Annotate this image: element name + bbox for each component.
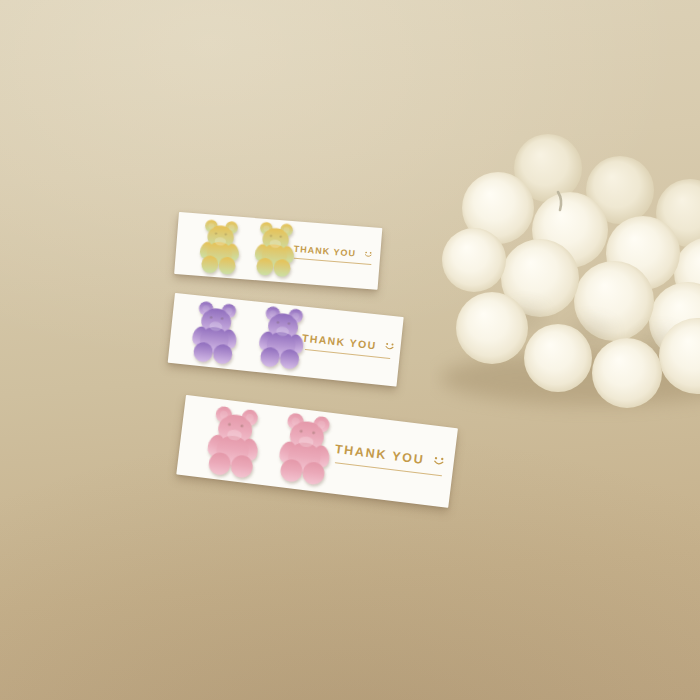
gummy-bear-earring-left	[195, 217, 244, 276]
earring-card-pink: THANK YOU	[176, 395, 458, 508]
photo-backdrop: THANK YOU	[0, 0, 700, 700]
thank-you-foil: THANK YOU	[335, 442, 445, 476]
thank-you-label: THANK YOU	[302, 332, 378, 352]
smiley-icon	[431, 455, 446, 468]
gummy-bear-earring-right	[272, 409, 338, 488]
earring-card-purple: THANK YOU	[168, 293, 404, 387]
smiley-icon	[363, 250, 374, 259]
thank-you-foil: THANK YOU	[305, 332, 392, 359]
gummy-bear-earring-left	[201, 402, 267, 481]
earring-card-yellow-green: THANK YOU	[174, 212, 382, 290]
gummy-bear-earring-right	[250, 219, 299, 278]
thank-you-foil: THANK YOU	[294, 244, 373, 265]
smiley-icon	[383, 341, 396, 352]
thank-you-label: THANK YOU	[293, 244, 356, 259]
gummy-bear-earring-left	[185, 298, 245, 366]
bubble-cube-candle	[430, 128, 700, 428]
